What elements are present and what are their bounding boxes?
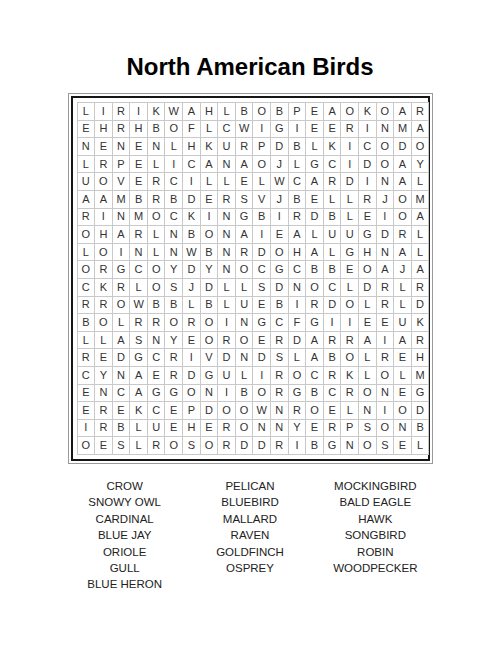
grid-cell-r3c6[interactable]: L — [165, 138, 182, 155]
grid-cell-r16c12[interactable]: R — [271, 367, 288, 384]
grid-cell-r6c10[interactable]: S — [236, 191, 253, 208]
grid-cell-r11c15[interactable]: C — [324, 279, 341, 296]
grid-cell-r18c14[interactable]: O — [306, 402, 323, 419]
grid-cell-r3c20[interactable]: O — [412, 138, 429, 155]
grid-cell-r10c18[interactable]: A — [377, 261, 394, 278]
grid-cell-r12c8[interactable]: B — [201, 297, 218, 314]
grid-cell-r18c4[interactable]: K — [130, 402, 147, 419]
grid-cell-r19c2[interactable]: R — [95, 420, 112, 437]
grid-cell-r4c1[interactable]: L — [78, 156, 95, 173]
grid-cell-r11c19[interactable]: L — [394, 279, 411, 296]
grid-cell-r17c16[interactable]: R — [341, 385, 358, 402]
grid-cell-r16c20[interactable]: M — [412, 367, 429, 384]
grid-cell-r14c12[interactable]: R — [271, 332, 288, 349]
grid-cell-r17c15[interactable]: C — [324, 385, 341, 402]
grid-cell-r19c11[interactable]: N — [253, 420, 270, 437]
grid-cell-r9c10[interactable]: R — [236, 244, 253, 261]
grid-cell-r19c8[interactable]: E — [201, 420, 218, 437]
grid-cell-r17c18[interactable]: N — [377, 385, 394, 402]
grid-cell-r4c9[interactable]: N — [218, 156, 235, 173]
grid-cell-r3c14[interactable]: L — [306, 138, 323, 155]
grid-cell-r10c7[interactable]: D — [183, 261, 200, 278]
grid-cell-r2c5[interactable]: B — [148, 121, 165, 138]
grid-cell-r10c5[interactable]: O — [148, 261, 165, 278]
grid-cell-r18c6[interactable]: E — [165, 402, 182, 419]
grid-cell-r13c1[interactable]: B — [78, 314, 95, 331]
grid-cell-r14c8[interactable]: O — [201, 332, 218, 349]
grid-cell-r15c7[interactable]: I — [183, 349, 200, 366]
grid-cell-r2c4[interactable]: H — [130, 121, 147, 138]
grid-cell-r15c13[interactable]: L — [289, 349, 306, 366]
grid-cell-r17c11[interactable]: O — [253, 385, 270, 402]
grid-cell-r20c16[interactable]: N — [341, 437, 358, 454]
grid-cell-r15c20[interactable]: H — [412, 349, 429, 366]
grid-cell-r9c13[interactable]: H — [289, 244, 306, 261]
grid-cell-r19c16[interactable]: P — [341, 420, 358, 437]
grid-cell-r11c10[interactable]: L — [236, 279, 253, 296]
grid-cell-r7c12[interactable]: I — [271, 209, 288, 226]
grid-cell-r19c1[interactable]: I — [78, 420, 95, 437]
grid-cell-r19c20[interactable]: B — [412, 420, 429, 437]
grid-cell-r5c4[interactable]: E — [130, 173, 147, 190]
grid-cell-r10c19[interactable]: J — [394, 261, 411, 278]
grid-cell-r11c12[interactable]: D — [271, 279, 288, 296]
grid-cell-r13c19[interactable]: U — [394, 314, 411, 331]
grid-cell-r9c17[interactable]: H — [359, 244, 376, 261]
grid-cell-r6c11[interactable]: V — [253, 191, 270, 208]
grid-cell-r19c6[interactable]: E — [165, 420, 182, 437]
grid-cell-r13c20[interactable]: K — [412, 314, 429, 331]
grid-cell-r20c10[interactable]: D — [236, 437, 253, 454]
grid-cell-r4c15[interactable]: C — [324, 156, 341, 173]
grid-cell-r10c15[interactable]: B — [324, 261, 341, 278]
grid-cell-r12c14[interactable]: R — [306, 297, 323, 314]
grid-cell-r13c13[interactable]: F — [289, 314, 306, 331]
grid-cell-r15c17[interactable]: L — [359, 349, 376, 366]
grid-cell-r6c2[interactable]: A — [95, 191, 112, 208]
grid-cell-r4c17[interactable]: D — [359, 156, 376, 173]
grid-cell-r20c12[interactable]: R — [271, 437, 288, 454]
grid-cell-r8c10[interactable]: A — [236, 226, 253, 243]
grid-cell-r5c16[interactable]: D — [341, 173, 358, 190]
grid-cell-r5c19[interactable]: A — [394, 173, 411, 190]
grid-cell-r4c10[interactable]: A — [236, 156, 253, 173]
grid-cell-r2c10[interactable]: W — [236, 121, 253, 138]
grid-cell-r4c7[interactable]: C — [183, 156, 200, 173]
grid-cell-r5c2[interactable]: O — [95, 173, 112, 190]
grid-cell-r3c8[interactable]: K — [201, 138, 218, 155]
grid-cell-r20c1[interactable]: O — [78, 437, 95, 454]
grid-cell-r20c11[interactable]: D — [253, 437, 270, 454]
grid-cell-r1c8[interactable]: H — [201, 103, 218, 120]
grid-cell-r3c17[interactable]: C — [359, 138, 376, 155]
grid-cell-r16c14[interactable]: C — [306, 367, 323, 384]
grid-cell-r7c16[interactable]: L — [341, 209, 358, 226]
grid-cell-r10c17[interactable]: O — [359, 261, 376, 278]
grid-cell-r13c6[interactable]: O — [165, 314, 182, 331]
grid-cell-r13c16[interactable]: I — [341, 314, 358, 331]
grid-cell-r18c20[interactable]: D — [412, 402, 429, 419]
grid-cell-r3c18[interactable]: O — [377, 138, 394, 155]
grid-cell-r13c10[interactable]: N — [236, 314, 253, 331]
grid-cell-r2c17[interactable]: I — [359, 121, 376, 138]
grid-cell-r20c14[interactable]: B — [306, 437, 323, 454]
grid-cell-r13c5[interactable]: R — [148, 314, 165, 331]
grid-cell-r6c17[interactable]: R — [359, 191, 376, 208]
grid-cell-r11c7[interactable]: J — [183, 279, 200, 296]
grid-cell-r13c8[interactable]: O — [201, 314, 218, 331]
grid-cell-r13c14[interactable]: G — [306, 314, 323, 331]
grid-cell-r7c2[interactable]: I — [95, 209, 112, 226]
grid-cell-r16c5[interactable]: E — [148, 367, 165, 384]
grid-cell-r4c12[interactable]: J — [271, 156, 288, 173]
grid-cell-r5c3[interactable]: V — [113, 173, 130, 190]
grid-cell-r19c7[interactable]: H — [183, 420, 200, 437]
grid-cell-r13c11[interactable]: G — [253, 314, 270, 331]
grid-cell-r16c9[interactable]: U — [218, 367, 235, 384]
grid-cell-r14c7[interactable]: E — [183, 332, 200, 349]
grid-cell-r20c13[interactable]: I — [289, 437, 306, 454]
grid-cell-r11c9[interactable]: L — [218, 279, 235, 296]
grid-cell-r19c5[interactable]: U — [148, 420, 165, 437]
grid-cell-r12c19[interactable]: L — [394, 297, 411, 314]
grid-cell-r15c14[interactable]: A — [306, 349, 323, 366]
grid-cell-r13c2[interactable]: O — [95, 314, 112, 331]
grid-cell-r3c10[interactable]: R — [236, 138, 253, 155]
grid-cell-r10c20[interactable]: A — [412, 261, 429, 278]
grid-cell-r11c2[interactable]: K — [95, 279, 112, 296]
grid-cell-r4c19[interactable]: A — [394, 156, 411, 173]
grid-cell-r5c5[interactable]: R — [148, 173, 165, 190]
grid-cell-r20c18[interactable]: S — [377, 437, 394, 454]
grid-cell-r2c12[interactable]: G — [271, 121, 288, 138]
grid-cell-r10c1[interactable]: O — [78, 261, 95, 278]
grid-cell-r19c4[interactable]: L — [130, 420, 147, 437]
grid-cell-r17c6[interactable]: G — [165, 385, 182, 402]
grid-cell-r16c7[interactable]: D — [183, 367, 200, 384]
grid-cell-r7c5[interactable]: O — [148, 209, 165, 226]
grid-cell-r8c16[interactable]: U — [341, 226, 358, 243]
grid-cell-r18c13[interactable]: R — [289, 402, 306, 419]
grid-cell-r10c16[interactable]: E — [341, 261, 358, 278]
grid-cell-r18c16[interactable]: L — [341, 402, 358, 419]
grid-cell-r3c2[interactable]: E — [95, 138, 112, 155]
grid-cell-r12c9[interactable]: L — [218, 297, 235, 314]
grid-cell-r15c12[interactable]: S — [271, 349, 288, 366]
grid-cell-r19c10[interactable]: O — [236, 420, 253, 437]
grid-cell-r19c3[interactable]: B — [113, 420, 130, 437]
grid-cell-r8c6[interactable]: N — [165, 226, 182, 243]
grid-cell-r2c1[interactable]: E — [78, 121, 95, 138]
grid-cell-r18c17[interactable]: N — [359, 402, 376, 419]
grid-cell-r20c5[interactable]: R — [148, 437, 165, 454]
grid-cell-r16c15[interactable]: R — [324, 367, 341, 384]
grid-cell-r11c8[interactable]: D — [201, 279, 218, 296]
grid-cell-r12c11[interactable]: E — [253, 297, 270, 314]
grid-cell-r18c5[interactable]: C — [148, 402, 165, 419]
grid-cell-r3c3[interactable]: N — [113, 138, 130, 155]
grid-cell-r15c15[interactable]: B — [324, 349, 341, 366]
grid-cell-r7c3[interactable]: N — [113, 209, 130, 226]
grid-cell-r5c8[interactable]: L — [201, 173, 218, 190]
grid-cell-r1c9[interactable]: L — [218, 103, 235, 120]
grid-cell-r14c20[interactable]: R — [412, 332, 429, 349]
grid-cell-r7c4[interactable]: M — [130, 209, 147, 226]
grid-cell-r4c14[interactable]: G — [306, 156, 323, 173]
grid-cell-r16c10[interactable]: L — [236, 367, 253, 384]
grid-cell-r1c6[interactable]: W — [165, 103, 182, 120]
grid-cell-r7c1[interactable]: R — [78, 209, 95, 226]
grid-cell-r15c6[interactable]: R — [165, 349, 182, 366]
grid-cell-r14c14[interactable]: A — [306, 332, 323, 349]
grid-cell-r11c4[interactable]: L — [130, 279, 147, 296]
grid-cell-r18c7[interactable]: P — [183, 402, 200, 419]
grid-cell-r7c7[interactable]: K — [183, 209, 200, 226]
grid-cell-r2c15[interactable]: E — [324, 121, 341, 138]
grid-cell-r13c15[interactable]: I — [324, 314, 341, 331]
grid-cell-r4c16[interactable]: I — [341, 156, 358, 173]
grid-cell-r6c15[interactable]: L — [324, 191, 341, 208]
grid-cell-r5c18[interactable]: N — [377, 173, 394, 190]
grid-cell-r16c16[interactable]: K — [341, 367, 358, 384]
grid-cell-r11c5[interactable]: O — [148, 279, 165, 296]
grid-cell-r1c11[interactable]: O — [253, 103, 270, 120]
grid-cell-r17c19[interactable]: E — [394, 385, 411, 402]
grid-cell-r5c11[interactable]: L — [253, 173, 270, 190]
grid-cell-r8c3[interactable]: A — [113, 226, 130, 243]
grid-cell-r17c17[interactable]: O — [359, 385, 376, 402]
grid-cell-r17c7[interactable]: O — [183, 385, 200, 402]
grid-cell-r1c3[interactable]: R — [113, 103, 130, 120]
grid-cell-r17c12[interactable]: R — [271, 385, 288, 402]
grid-cell-r9c7[interactable]: W — [183, 244, 200, 261]
grid-cell-r14c13[interactable]: D — [289, 332, 306, 349]
grid-cell-r2c14[interactable]: E — [306, 121, 323, 138]
grid-cell-r6c18[interactable]: J — [377, 191, 394, 208]
grid-cell-r2c18[interactable]: N — [377, 121, 394, 138]
grid-cell-r10c11[interactable]: C — [253, 261, 270, 278]
grid-cell-r7c19[interactable]: O — [394, 209, 411, 226]
grid-cell-r4c18[interactable]: O — [377, 156, 394, 173]
grid-cell-r13c18[interactable]: E — [377, 314, 394, 331]
grid-cell-r3c9[interactable]: U — [218, 138, 235, 155]
grid-cell-r12c1[interactable]: R — [78, 297, 95, 314]
grid-cell-r10c6[interactable]: Y — [165, 261, 182, 278]
grid-cell-r8c14[interactable]: L — [306, 226, 323, 243]
grid-cell-r14c17[interactable]: A — [359, 332, 376, 349]
grid-cell-r12c16[interactable]: O — [341, 297, 358, 314]
grid-cell-r15c8[interactable]: V — [201, 349, 218, 366]
grid-cell-r11c6[interactable]: S — [165, 279, 182, 296]
grid-cell-r16c8[interactable]: G — [201, 367, 218, 384]
grid-cell-r7c8[interactable]: I — [201, 209, 218, 226]
grid-cell-r20c7[interactable]: S — [183, 437, 200, 454]
grid-cell-r1c5[interactable]: K — [148, 103, 165, 120]
grid-cell-r10c10[interactable]: O — [236, 261, 253, 278]
grid-cell-r20c8[interactable]: O — [201, 437, 218, 454]
grid-cell-r10c12[interactable]: G — [271, 261, 288, 278]
grid-cell-r9c15[interactable]: L — [324, 244, 341, 261]
grid-cell-r8c18[interactable]: D — [377, 226, 394, 243]
grid-cell-r17c9[interactable]: I — [218, 385, 235, 402]
grid-cell-r20c2[interactable]: E — [95, 437, 112, 454]
grid-cell-r16c6[interactable]: R — [165, 367, 182, 384]
grid-cell-r18c12[interactable]: N — [271, 402, 288, 419]
grid-cell-r19c15[interactable]: R — [324, 420, 341, 437]
grid-cell-r8c12[interactable]: E — [271, 226, 288, 243]
grid-cell-r1c18[interactable]: O — [377, 103, 394, 120]
grid-cell-r10c9[interactable]: N — [218, 261, 235, 278]
grid-cell-r20c3[interactable]: S — [113, 437, 130, 454]
grid-cell-r17c13[interactable]: G — [289, 385, 306, 402]
grid-cell-r8c19[interactable]: R — [394, 226, 411, 243]
grid-cell-r4c3[interactable]: P — [113, 156, 130, 173]
grid-cell-r11c1[interactable]: C — [78, 279, 95, 296]
grid-cell-r14c18[interactable]: I — [377, 332, 394, 349]
grid-cell-r9c3[interactable]: I — [113, 244, 130, 261]
grid-cell-r8c11[interactable]: I — [253, 226, 270, 243]
grid-cell-r5c13[interactable]: C — [289, 173, 306, 190]
grid-cell-r12c12[interactable]: B — [271, 297, 288, 314]
grid-cell-r14c19[interactable]: A — [394, 332, 411, 349]
grid-cell-r18c9[interactable]: O — [218, 402, 235, 419]
grid-cell-r2c11[interactable]: I — [253, 121, 270, 138]
grid-cell-r7c10[interactable]: G — [236, 209, 253, 226]
grid-cell-r20c15[interactable]: G — [324, 437, 341, 454]
grid-cell-r19c17[interactable]: S — [359, 420, 376, 437]
grid-cell-r5c17[interactable]: I — [359, 173, 376, 190]
grid-cell-r10c2[interactable]: R — [95, 261, 112, 278]
grid-cell-r10c4[interactable]: C — [130, 261, 147, 278]
grid-cell-r14c6[interactable]: Y — [165, 332, 182, 349]
grid-cell-r20c9[interactable]: R — [218, 437, 235, 454]
grid-cell-r4c13[interactable]: L — [289, 156, 306, 173]
grid-cell-r20c20[interactable]: L — [412, 437, 429, 454]
grid-cell-r8c5[interactable]: L — [148, 226, 165, 243]
grid-cell-r16c13[interactable]: O — [289, 367, 306, 384]
grid-cell-r2c20[interactable]: A — [412, 121, 429, 138]
grid-cell-r20c6[interactable]: O — [165, 437, 182, 454]
grid-cell-r4c20[interactable]: Y — [412, 156, 429, 173]
grid-cell-r19c13[interactable]: Y — [289, 420, 306, 437]
grid-cell-r8c20[interactable]: L — [412, 226, 429, 243]
grid-cell-r7c17[interactable]: E — [359, 209, 376, 226]
grid-cell-r12c7[interactable]: L — [183, 297, 200, 314]
grid-cell-r2c7[interactable]: F — [183, 121, 200, 138]
grid-cell-r6c7[interactable]: D — [183, 191, 200, 208]
grid-cell-r14c16[interactable]: R — [341, 332, 358, 349]
grid-cell-r12c4[interactable]: W — [130, 297, 147, 314]
grid-cell-r3c7[interactable]: H — [183, 138, 200, 155]
grid-cell-r4c2[interactable]: R — [95, 156, 112, 173]
grid-cell-r7c9[interactable]: N — [218, 209, 235, 226]
grid-cell-r6c8[interactable]: E — [201, 191, 218, 208]
grid-cell-r12c3[interactable]: O — [113, 297, 130, 314]
grid-cell-r7c20[interactable]: A — [412, 209, 429, 226]
grid-cell-r4c4[interactable]: E — [130, 156, 147, 173]
grid-cell-r2c19[interactable]: M — [394, 121, 411, 138]
grid-cell-r8c7[interactable]: B — [183, 226, 200, 243]
grid-cell-r14c11[interactable]: E — [253, 332, 270, 349]
grid-cell-r19c14[interactable]: E — [306, 420, 323, 437]
grid-cell-r3c13[interactable]: B — [289, 138, 306, 155]
grid-cell-r3c15[interactable]: K — [324, 138, 341, 155]
grid-cell-r1c12[interactable]: B — [271, 103, 288, 120]
grid-cell-r8c15[interactable]: U — [324, 226, 341, 243]
grid-cell-r15c5[interactable]: C — [148, 349, 165, 366]
grid-cell-r15c16[interactable]: O — [341, 349, 358, 366]
grid-cell-r20c17[interactable]: O — [359, 437, 376, 454]
grid-cell-r11c18[interactable]: R — [377, 279, 394, 296]
grid-cell-r12c20[interactable]: D — [412, 297, 429, 314]
grid-cell-r6c4[interactable]: B — [130, 191, 147, 208]
grid-cell-r3c19[interactable]: D — [394, 138, 411, 155]
grid-cell-r16c17[interactable]: L — [359, 367, 376, 384]
grid-cell-r12c15[interactable]: D — [324, 297, 341, 314]
grid-cell-r1c13[interactable]: P — [289, 103, 306, 120]
grid-cell-r9c1[interactable]: L — [78, 244, 95, 261]
grid-cell-r9c4[interactable]: N — [130, 244, 147, 261]
grid-cell-r15c9[interactable]: D — [218, 349, 235, 366]
grid-cell-r6c20[interactable]: M — [412, 191, 429, 208]
grid-cell-r18c3[interactable]: E — [113, 402, 130, 419]
grid-cell-r4c5[interactable]: L — [148, 156, 165, 173]
grid-cell-r20c19[interactable]: E — [394, 437, 411, 454]
grid-cell-r6c19[interactable]: O — [394, 191, 411, 208]
grid-cell-r5c12[interactable]: W — [271, 173, 288, 190]
grid-cell-r1c1[interactable]: L — [78, 103, 95, 120]
grid-cell-r20c4[interactable]: L — [130, 437, 147, 454]
grid-cell-r17c20[interactable]: G — [412, 385, 429, 402]
grid-cell-r17c8[interactable]: N — [201, 385, 218, 402]
grid-cell-r12c17[interactable]: L — [359, 297, 376, 314]
grid-cell-r13c12[interactable]: C — [271, 314, 288, 331]
grid-cell-r9c2[interactable]: O — [95, 244, 112, 261]
grid-cell-r19c18[interactable]: O — [377, 420, 394, 437]
grid-cell-r5c7[interactable]: I — [183, 173, 200, 190]
grid-cell-r9c9[interactable]: N — [218, 244, 235, 261]
grid-cell-r9c16[interactable]: G — [341, 244, 358, 261]
grid-cell-r6c12[interactable]: J — [271, 191, 288, 208]
grid-cell-r19c19[interactable]: N — [394, 420, 411, 437]
grid-cell-r1c19[interactable]: A — [394, 103, 411, 120]
grid-cell-r8c2[interactable]: H — [95, 226, 112, 243]
grid-cell-r7c13[interactable]: R — [289, 209, 306, 226]
grid-cell-r9c8[interactable]: B — [201, 244, 218, 261]
grid-cell-r5c15[interactable]: R — [324, 173, 341, 190]
grid-cell-r12c10[interactable]: U — [236, 297, 253, 314]
grid-cell-r12c13[interactable]: I — [289, 297, 306, 314]
grid-cell-r5c6[interactable]: C — [165, 173, 182, 190]
grid-cell-r11c13[interactable]: N — [289, 279, 306, 296]
grid-cell-r11c3[interactable]: R — [113, 279, 130, 296]
grid-cell-r9c12[interactable]: O — [271, 244, 288, 261]
grid-cell-r15c10[interactable]: N — [236, 349, 253, 366]
grid-cell-r10c14[interactable]: B — [306, 261, 323, 278]
grid-cell-r10c13[interactable]: C — [289, 261, 306, 278]
grid-cell-r16c18[interactable]: O — [377, 367, 394, 384]
grid-cell-r9c20[interactable]: L — [412, 244, 429, 261]
grid-cell-r1c7[interactable]: A — [183, 103, 200, 120]
grid-cell-r3c5[interactable]: N — [148, 138, 165, 155]
grid-cell-r10c8[interactable]: Y — [201, 261, 218, 278]
grid-cell-r8c13[interactable]: A — [289, 226, 306, 243]
grid-cell-r7c6[interactable]: C — [165, 209, 182, 226]
grid-cell-r18c10[interactable]: O — [236, 402, 253, 419]
grid-cell-r15c4[interactable]: G — [130, 349, 147, 366]
grid-cell-r8c8[interactable]: O — [201, 226, 218, 243]
grid-cell-r18c8[interactable]: D — [201, 402, 218, 419]
